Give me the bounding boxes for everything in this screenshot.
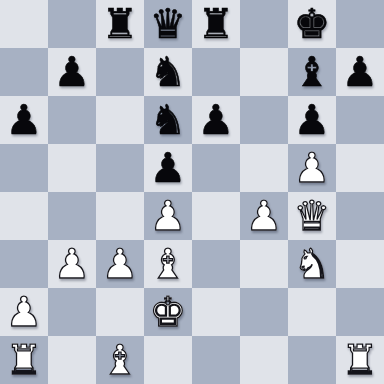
square-h2[interactable]: [336, 288, 384, 336]
square-b5[interactable]: [48, 144, 96, 192]
square-h8[interactable]: [336, 0, 384, 48]
square-c4[interactable]: [96, 192, 144, 240]
white-pawn-icon[interactable]: ♟: [246, 192, 283, 240]
square-g5[interactable]: ♟: [288, 144, 336, 192]
square-c7[interactable]: [96, 48, 144, 96]
white-knight-icon[interactable]: ♞: [294, 240, 331, 288]
square-f1[interactable]: [240, 336, 288, 384]
square-g8[interactable]: ♚: [288, 0, 336, 48]
square-d1[interactable]: [144, 336, 192, 384]
white-pawn-icon[interactable]: ♟: [294, 144, 331, 192]
square-f5[interactable]: [240, 144, 288, 192]
square-g7[interactable]: ♝: [288, 48, 336, 96]
white-pawn-icon[interactable]: ♟: [6, 288, 43, 336]
square-d4[interactable]: ♟: [144, 192, 192, 240]
square-a7[interactable]: [0, 48, 48, 96]
square-c1[interactable]: ♝: [96, 336, 144, 384]
square-b4[interactable]: [48, 192, 96, 240]
square-b3[interactable]: ♟: [48, 240, 96, 288]
white-king-icon[interactable]: ♚: [150, 288, 187, 336]
square-g6[interactable]: ♟: [288, 96, 336, 144]
square-a3[interactable]: [0, 240, 48, 288]
square-f6[interactable]: [240, 96, 288, 144]
square-d5[interactable]: ♟: [144, 144, 192, 192]
white-pawn-icon[interactable]: ♟: [102, 240, 139, 288]
square-d2[interactable]: ♚: [144, 288, 192, 336]
square-h6[interactable]: [336, 96, 384, 144]
black-knight-icon[interactable]: ♞: [150, 96, 187, 144]
black-pawn-icon[interactable]: ♟: [198, 96, 235, 144]
square-e5[interactable]: [192, 144, 240, 192]
white-rook-icon[interactable]: ♜: [342, 336, 379, 384]
square-b8[interactable]: [48, 0, 96, 48]
square-c6[interactable]: [96, 96, 144, 144]
square-g3[interactable]: ♞: [288, 240, 336, 288]
white-pawn-icon[interactable]: ♟: [54, 240, 91, 288]
white-rook-icon[interactable]: ♜: [6, 336, 43, 384]
square-h3[interactable]: [336, 240, 384, 288]
square-d7[interactable]: ♞: [144, 48, 192, 96]
square-c3[interactable]: ♟: [96, 240, 144, 288]
black-knight-icon[interactable]: ♞: [150, 48, 187, 96]
square-a4[interactable]: [0, 192, 48, 240]
white-queen-icon[interactable]: ♛: [294, 192, 331, 240]
white-bishop-icon[interactable]: ♝: [102, 336, 139, 384]
square-b2[interactable]: [48, 288, 96, 336]
square-e8[interactable]: ♜: [192, 0, 240, 48]
square-c8[interactable]: ♜: [96, 0, 144, 48]
white-bishop-icon[interactable]: ♝: [150, 240, 187, 288]
black-rook-icon[interactable]: ♜: [198, 0, 235, 48]
square-a6[interactable]: ♟: [0, 96, 48, 144]
square-e6[interactable]: ♟: [192, 96, 240, 144]
square-e4[interactable]: [192, 192, 240, 240]
square-e2[interactable]: [192, 288, 240, 336]
black-bishop-icon[interactable]: ♝: [294, 48, 331, 96]
square-b6[interactable]: [48, 96, 96, 144]
black-pawn-icon[interactable]: ♟: [342, 48, 379, 96]
square-b1[interactable]: [48, 336, 96, 384]
black-pawn-icon[interactable]: ♟: [54, 48, 91, 96]
black-rook-icon[interactable]: ♜: [102, 0, 139, 48]
square-e1[interactable]: [192, 336, 240, 384]
square-b7[interactable]: ♟: [48, 48, 96, 96]
square-h4[interactable]: [336, 192, 384, 240]
square-h5[interactable]: [336, 144, 384, 192]
square-c2[interactable]: [96, 288, 144, 336]
square-f3[interactable]: [240, 240, 288, 288]
square-a8[interactable]: [0, 0, 48, 48]
square-f7[interactable]: [240, 48, 288, 96]
square-a5[interactable]: [0, 144, 48, 192]
square-f4[interactable]: ♟: [240, 192, 288, 240]
square-d3[interactable]: ♝: [144, 240, 192, 288]
black-pawn-icon[interactable]: ♟: [6, 96, 43, 144]
square-d8[interactable]: ♛: [144, 0, 192, 48]
square-g4[interactable]: ♛: [288, 192, 336, 240]
square-f8[interactable]: [240, 0, 288, 48]
square-h1[interactable]: ♜: [336, 336, 384, 384]
square-d6[interactable]: ♞: [144, 96, 192, 144]
square-g2[interactable]: [288, 288, 336, 336]
square-c5[interactable]: [96, 144, 144, 192]
chess-board: ♜♛♜♚♟♞♝♟♟♞♟♟♟♟♟♟♛♟♟♝♞♟♚♜♝♜: [0, 0, 384, 384]
black-queen-icon[interactable]: ♛: [150, 0, 187, 48]
black-king-icon[interactable]: ♚: [294, 0, 331, 48]
square-h7[interactable]: ♟: [336, 48, 384, 96]
white-pawn-icon[interactable]: ♟: [150, 192, 187, 240]
square-f2[interactable]: [240, 288, 288, 336]
square-e7[interactable]: [192, 48, 240, 96]
black-pawn-icon[interactable]: ♟: [294, 96, 331, 144]
square-g1[interactable]: [288, 336, 336, 384]
square-e3[interactable]: [192, 240, 240, 288]
square-a1[interactable]: ♜: [0, 336, 48, 384]
square-a2[interactable]: ♟: [0, 288, 48, 336]
black-pawn-icon[interactable]: ♟: [150, 144, 187, 192]
